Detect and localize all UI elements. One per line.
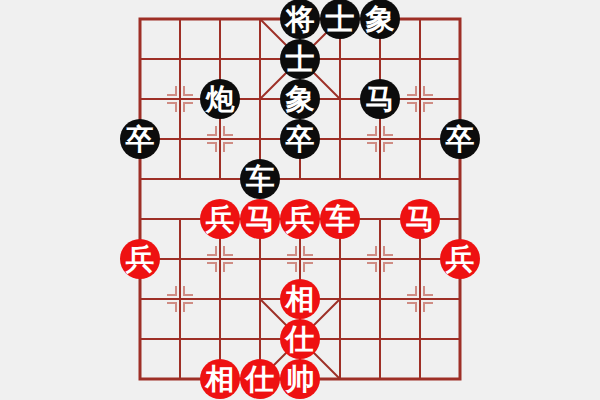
piece-red-chariot[interactable]: 车 <box>320 199 360 239</box>
piece-black-soldier[interactable]: 卒 <box>120 119 160 159</box>
piece-black-advisor[interactable]: 士 <box>320 0 360 39</box>
piece-red-soldier[interactable]: 兵 <box>280 199 320 239</box>
piece-black-horse[interactable]: 马 <box>360 79 400 119</box>
piece-black-chariot[interactable]: 车 <box>240 159 280 199</box>
piece-red-soldier[interactable]: 兵 <box>440 239 480 279</box>
piece-red-elephant[interactable]: 相 <box>280 279 320 319</box>
piece-black-general[interactable]: 将 <box>280 0 320 39</box>
piece-red-horse[interactable]: 马 <box>400 199 440 239</box>
piece-black-soldier[interactable]: 卒 <box>440 119 480 159</box>
piece-red-horse[interactable]: 马 <box>240 199 280 239</box>
xiangqi-board[interactable]: 将士象士炮象马卒卒卒车兵马兵车马兵兵相仕相仕帅 <box>120 0 480 399</box>
piece-black-elephant[interactable]: 象 <box>280 79 320 119</box>
piece-red-advisor[interactable]: 仕 <box>280 319 320 359</box>
piece-black-elephant[interactable]: 象 <box>360 0 400 39</box>
piece-red-general[interactable]: 帅 <box>280 359 320 399</box>
xiangqi-screen: 将士象士炮象马卒卒卒车兵马兵车马兵兵相仕相仕帅 <box>0 0 600 400</box>
piece-black-cannon[interactable]: 炮 <box>200 79 240 119</box>
piece-red-soldier[interactable]: 兵 <box>120 239 160 279</box>
piece-black-soldier[interactable]: 卒 <box>280 119 320 159</box>
piece-red-soldier[interactable]: 兵 <box>200 199 240 239</box>
piece-red-advisor[interactable]: 仕 <box>240 359 280 399</box>
piece-black-advisor[interactable]: 士 <box>280 39 320 79</box>
piece-red-elephant[interactable]: 相 <box>200 359 240 399</box>
